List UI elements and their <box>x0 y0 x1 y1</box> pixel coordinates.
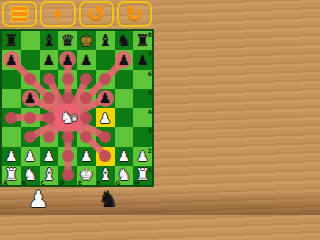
move-target-c6[interactable] <box>43 73 55 85</box>
white-rook-h1[interactable]: ♜ <box>133 166 152 185</box>
chess-board: ♜♝♛♚♝♞♜♟♟♟♟♟♟♟♟♞♛♟♟♟♟♟♟♟♜♞♝♚♝♞♜ ABCDEFGH… <box>0 29 154 187</box>
move-target-d5[interactable] <box>62 92 74 104</box>
redo-arrow-icon: ↻ <box>126 4 144 25</box>
white-pawn-f4[interactable]: ♟ <box>96 108 115 127</box>
move-target-a4[interactable] <box>5 112 17 124</box>
square-b8[interactable] <box>21 31 40 50</box>
white-bishop-f1[interactable]: ♝ <box>96 166 115 185</box>
black-bishop-f8[interactable]: ♝ <box>96 31 115 50</box>
white-pawn-g2[interactable]: ♟ <box>115 147 134 166</box>
undo-arrow-icon: ↺ <box>87 4 105 25</box>
white-pawn-b2[interactable]: ♟ <box>21 147 40 166</box>
white-pawn-e2[interactable]: ♟ <box>77 147 96 166</box>
redo-button[interactable]: ↻ <box>117 1 152 27</box>
square-b7[interactable] <box>21 50 40 69</box>
white-rook-a1[interactable]: ♜ <box>2 166 21 185</box>
square-g4[interactable] <box>115 108 134 127</box>
square-g5[interactable] <box>115 89 134 108</box>
square-h3[interactable] <box>133 127 152 146</box>
lightning-icon <box>51 5 64 24</box>
move-target-c4[interactable] <box>43 112 55 124</box>
undo-button[interactable]: ↺ <box>79 1 114 27</box>
white-bishop-c1[interactable]: ♝ <box>40 166 59 185</box>
black-pawn-d7[interactable]: ♟ <box>58 50 77 69</box>
square-a3[interactable] <box>2 127 21 146</box>
black-queen-d8[interactable]: ♛ <box>58 31 77 50</box>
hint-button[interactable] <box>40 1 75 27</box>
square-h6[interactable] <box>133 70 152 89</box>
toolbar: ↺ ↻ <box>0 0 154 29</box>
square-a5[interactable] <box>2 89 21 108</box>
move-target-d2[interactable] <box>62 150 74 162</box>
black-pawn-e7[interactable]: ♟ <box>77 50 96 69</box>
black-king-e8[interactable]: ♚ <box>77 31 96 50</box>
move-target-d3[interactable] <box>62 131 74 143</box>
black-pawn-c7[interactable]: ♟ <box>40 50 59 69</box>
move-target-d1[interactable] <box>62 169 74 181</box>
black-bishop-c8[interactable]: ♝ <box>40 31 59 50</box>
black-pawn-a7[interactable]: ♟ <box>2 50 21 69</box>
white-pawn-a2[interactable]: ♟ <box>2 147 21 166</box>
white-pawn-c2[interactable]: ♟ <box>40 147 59 166</box>
hamburger-icon <box>11 7 28 22</box>
square-g6[interactable] <box>115 70 134 89</box>
white-amazon-d4[interactable]: ♞♛ <box>58 108 77 127</box>
black-pawn-b5[interactable]: ♟ <box>21 89 40 108</box>
black-rook-h8[interactable]: ♜ <box>133 31 152 50</box>
move-target-f3[interactable] <box>99 131 111 143</box>
move-target-e4[interactable] <box>80 112 92 124</box>
black-rook-a8[interactable]: ♜ <box>2 31 21 50</box>
black-pawn-g7[interactable]: ♟ <box>115 50 134 69</box>
menu-button[interactable] <box>2 1 37 27</box>
black-pawn-f5[interactable]: ♟ <box>96 89 115 108</box>
square-g3[interactable] <box>115 127 134 146</box>
move-target-b4[interactable] <box>24 112 36 124</box>
move-target-c3[interactable] <box>43 131 55 143</box>
black-knight-g8[interactable]: ♞ <box>115 31 134 50</box>
white-king-e1[interactable]: ♚ <box>77 166 96 185</box>
square-h4[interactable] <box>133 108 152 127</box>
white-knight-g1[interactable]: ♞ <box>115 166 134 185</box>
captured-black-knight: ♞ <box>98 188 119 211</box>
square-h5[interactable] <box>133 89 152 108</box>
white-knight-b1[interactable]: ♞ <box>21 166 40 185</box>
square-f7[interactable] <box>96 50 115 69</box>
square-a6[interactable] <box>2 70 21 89</box>
captured-pieces-tray: ♟♞ <box>0 187 154 215</box>
captured-white-pawn: ♟ <box>28 188 49 211</box>
white-pawn-h2[interactable]: ♟ <box>133 147 152 166</box>
move-target-d6[interactable] <box>62 73 74 85</box>
black-pawn-h7[interactable]: ♟ <box>133 50 152 69</box>
move-target-b3[interactable] <box>24 131 36 143</box>
